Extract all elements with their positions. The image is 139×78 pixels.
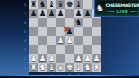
piece-black-pawn-b7[interactable]: ♟ bbox=[38, 9, 47, 18]
square-e1[interactable]: ♚ bbox=[65, 63, 74, 72]
piece-black-knight-f6[interactable]: ♞ bbox=[74, 18, 83, 27]
square-a1[interactable]: ♜ bbox=[29, 63, 38, 72]
piece-black-pawn-c7[interactable]: ♟ bbox=[47, 9, 56, 18]
square-g7[interactable]: ♟ bbox=[83, 9, 92, 18]
square-h6[interactable] bbox=[92, 18, 101, 27]
threat-x-icon: ✕ bbox=[63, 26, 70, 34]
piece-white-knight-g1[interactable]: ♞ bbox=[83, 63, 92, 72]
square-b7[interactable]: ♟ bbox=[38, 9, 47, 18]
rank-label-5: 5 bbox=[23, 29, 28, 34]
square-f4[interactable] bbox=[74, 36, 83, 45]
chess-board[interactable]: ♜♞♝♛♚♝♜♟♟♟♟♟♟♟♞♟♟♟♟♟♟♟♟♟♜♞♝♛♚♝♞♜ bbox=[29, 0, 101, 72]
square-h4[interactable] bbox=[92, 36, 101, 45]
rank-label-8: 8 bbox=[23, 2, 28, 7]
square-d1[interactable]: ♛ bbox=[56, 63, 65, 72]
square-b1[interactable]: ♞ bbox=[38, 63, 47, 72]
square-g4[interactable] bbox=[83, 36, 92, 45]
frame-bottom-strip bbox=[0, 76, 139, 78]
rank-label-7: 7 bbox=[23, 11, 28, 16]
square-a7[interactable]: ♟ bbox=[29, 9, 38, 18]
piece-white-pawn-e4[interactable]: ♟ bbox=[65, 36, 74, 45]
piece-black-pawn-d7[interactable]: ♟ bbox=[56, 9, 65, 18]
knight-logo-icon: ♞ bbox=[96, 4, 104, 13]
square-g1[interactable]: ♞ bbox=[83, 63, 92, 72]
square-f6[interactable]: ♞ bbox=[74, 18, 83, 27]
square-h1[interactable]: ♜ bbox=[92, 63, 101, 72]
square-b5[interactable] bbox=[38, 27, 47, 36]
game-screen: 87654321 ♜♞♝♛♚♝♜♟♟♟♟♟♟♟♞♟♟♟♟♟♟♟♟♟♜♞♝♛♚♝♞… bbox=[0, 0, 139, 78]
piece-black-pawn-g7[interactable]: ♟ bbox=[83, 9, 92, 18]
piece-black-king-e8[interactable]: ♚ bbox=[65, 0, 74, 9]
square-c6[interactable] bbox=[47, 18, 56, 27]
square-a5[interactable] bbox=[29, 27, 38, 36]
piece-white-bishop-c1[interactable]: ♝ bbox=[47, 63, 56, 72]
square-c7[interactable]: ♟ bbox=[47, 9, 56, 18]
square-e8[interactable]: ♚ bbox=[65, 0, 74, 9]
rank-label-4: 4 bbox=[23, 38, 28, 43]
square-f5[interactable] bbox=[74, 27, 83, 36]
square-a6[interactable] bbox=[29, 18, 38, 27]
piece-white-rook-h1[interactable]: ♜ bbox=[92, 63, 101, 72]
piece-white-king-e1[interactable]: ♚ bbox=[65, 63, 74, 72]
logo-subtitle-row: LIVE bbox=[104, 8, 139, 14]
rank-label-6: 6 bbox=[23, 20, 28, 25]
square-h5[interactable] bbox=[92, 27, 101, 36]
square-d7[interactable]: ♟ bbox=[56, 9, 65, 18]
square-e7[interactable] bbox=[65, 9, 74, 18]
logo-text: CHESSMASTER LIVE bbox=[104, 2, 139, 14]
rank-label-2: 2 bbox=[23, 56, 28, 61]
rank-labels: 87654321 bbox=[21, 0, 29, 72]
square-c5[interactable] bbox=[47, 27, 56, 36]
square-c4[interactable] bbox=[47, 36, 56, 45]
piece-white-bishop-f1[interactable]: ♝ bbox=[74, 63, 83, 72]
piece-black-pawn-a7[interactable]: ♟ bbox=[29, 9, 38, 18]
piece-white-pawn-d4[interactable]: ♟ bbox=[56, 36, 65, 45]
logo-divider-left bbox=[104, 11, 114, 12]
rank-label-1: 1 bbox=[23, 65, 28, 70]
square-e4[interactable]: ♟ bbox=[65, 36, 74, 45]
square-c1[interactable]: ♝ bbox=[47, 63, 56, 72]
piece-white-queen-d1[interactable]: ♛ bbox=[56, 63, 65, 72]
rank-label-3: 3 bbox=[23, 47, 28, 52]
square-e3[interactable] bbox=[65, 45, 74, 54]
logo-title: CHESSMASTER bbox=[106, 2, 139, 8]
piece-white-knight-b1[interactable]: ♞ bbox=[38, 63, 47, 72]
logo-divider-right bbox=[131, 11, 139, 12]
square-a4[interactable] bbox=[29, 36, 38, 45]
chessmaster-logo: ♞ CHESSMASTER LIVE bbox=[94, 0, 139, 17]
square-g5[interactable] bbox=[83, 27, 92, 36]
square-b6[interactable] bbox=[38, 18, 47, 27]
square-g6[interactable] bbox=[83, 18, 92, 27]
square-d4[interactable]: ♟ bbox=[56, 36, 65, 45]
square-d3[interactable] bbox=[56, 45, 65, 54]
square-b4[interactable] bbox=[38, 36, 47, 45]
piece-white-rook-a1[interactable]: ♜ bbox=[29, 63, 38, 72]
logo-subtitle: LIVE bbox=[117, 9, 129, 14]
square-f1[interactable]: ♝ bbox=[74, 63, 83, 72]
